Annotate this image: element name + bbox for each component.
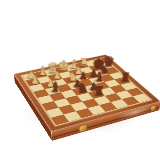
square-h1 (133, 94, 150, 103)
black-queen: ♛ (100, 55, 118, 68)
brass-clasp-icon (80, 125, 87, 133)
square-b4 (49, 92, 65, 101)
product-photo-background: ♟♝♛♚♝♜♟♟♟♚♛♟♞♟♟♞♝♟♝♞♟♜♜ (0, 0, 160, 147)
brass-latch-icon (151, 105, 156, 111)
black-rook: ♜ (116, 72, 136, 83)
square-e6: ♟ (73, 74, 88, 82)
